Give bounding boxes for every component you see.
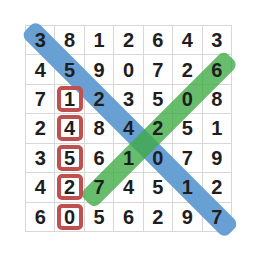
cell-digit: 3 xyxy=(35,30,46,50)
cell-digit: 4 xyxy=(35,60,46,80)
cell-digit: 4 xyxy=(35,177,46,197)
grid-cell[interactable]: 5 xyxy=(55,144,83,172)
cell-digit: 6 xyxy=(211,60,222,80)
grid-cell[interactable]: 1 xyxy=(85,26,113,54)
cell-digit: 4 xyxy=(123,177,134,197)
grid-cell[interactable]: 2 xyxy=(55,173,83,201)
cell-digit: 8 xyxy=(94,118,105,138)
grid-cell[interactable]: 2 xyxy=(144,203,172,231)
grid-cell[interactable]: 6 xyxy=(144,26,172,54)
cell-digit: 8 xyxy=(211,89,222,109)
cell-digit: 1 xyxy=(123,148,134,168)
cell-digit: 2 xyxy=(152,118,163,138)
grid-cell[interactable]: 2 xyxy=(26,114,54,142)
cell-digit: 2 xyxy=(94,89,105,109)
cell-digit: 5 xyxy=(182,118,193,138)
cell-digit: 5 xyxy=(64,148,75,168)
cell-digit: 2 xyxy=(123,30,134,50)
grid-cell[interactable]: 0 xyxy=(114,55,142,83)
cell-digit: 2 xyxy=(211,177,222,197)
cell-digit: 3 xyxy=(123,89,134,109)
cell-digit: 4 xyxy=(182,30,193,50)
cell-digit: 2 xyxy=(182,60,193,80)
cell-digit: 6 xyxy=(123,207,134,227)
cell-digit: 0 xyxy=(182,89,193,109)
grid-cell[interactable]: 3 xyxy=(203,26,231,54)
cell-digit: 9 xyxy=(94,60,105,80)
cell-digit: 5 xyxy=(64,60,75,80)
grid-cell[interactable]: 2 xyxy=(114,26,142,54)
grid-cell[interactable]: 4 xyxy=(173,26,201,54)
cell-digit: 5 xyxy=(152,89,163,109)
cell-digit: 6 xyxy=(152,30,163,50)
grid-cell[interactable]: 9 xyxy=(203,144,231,172)
cell-digit: 4 xyxy=(64,118,75,138)
cell-digit: 9 xyxy=(182,207,193,227)
cell-digit: 6 xyxy=(94,148,105,168)
cell-digit: 9 xyxy=(211,148,222,168)
cell-digit: 7 xyxy=(35,89,46,109)
screen: 3812643459072671235082484251356107942745… xyxy=(0,0,256,256)
grid-cell[interactable]: 1 xyxy=(203,114,231,142)
number-grid-board: 3812643459072671235082484251356107942745… xyxy=(25,25,232,232)
grid-cell[interactable]: 7 xyxy=(144,55,172,83)
cell-digit: 3 xyxy=(211,30,222,50)
grid-cell[interactable]: 6 xyxy=(26,203,54,231)
cell-digit: 1 xyxy=(182,177,193,197)
cell-digit: 2 xyxy=(152,207,163,227)
cell-digit: 1 xyxy=(64,89,75,109)
cell-digit: 1 xyxy=(211,118,222,138)
grid-cell[interactable]: 7 xyxy=(26,85,54,113)
cell-digit: 7 xyxy=(182,148,193,168)
grid-cell[interactable]: 1 xyxy=(55,85,83,113)
grid-cell[interactable]: 3 xyxy=(26,144,54,172)
grid-cell[interactable]: 0 xyxy=(55,203,83,231)
cell-digit: 8 xyxy=(64,30,75,50)
cell-digit: 5 xyxy=(152,177,163,197)
grid-cell[interactable]: 4 xyxy=(55,114,83,142)
cell-digit: 6 xyxy=(35,207,46,227)
cell-digit: 7 xyxy=(94,177,105,197)
grid-cell[interactable]: 5 xyxy=(85,203,113,231)
cell-digit: 0 xyxy=(152,148,163,168)
cell-digit: 2 xyxy=(35,118,46,138)
cell-digit: 7 xyxy=(211,207,222,227)
cell-digit: 7 xyxy=(152,60,163,80)
grid-cell[interactable]: 4 xyxy=(26,173,54,201)
cell-digit: 2 xyxy=(64,177,75,197)
cell-digit: 0 xyxy=(64,207,75,227)
cell-digit: 1 xyxy=(94,30,105,50)
cell-digit: 0 xyxy=(123,60,134,80)
cell-digit: 3 xyxy=(35,148,46,168)
cell-digit: 4 xyxy=(123,118,134,138)
cell-digit: 5 xyxy=(94,207,105,227)
grid-cell[interactable]: 6 xyxy=(114,203,142,231)
